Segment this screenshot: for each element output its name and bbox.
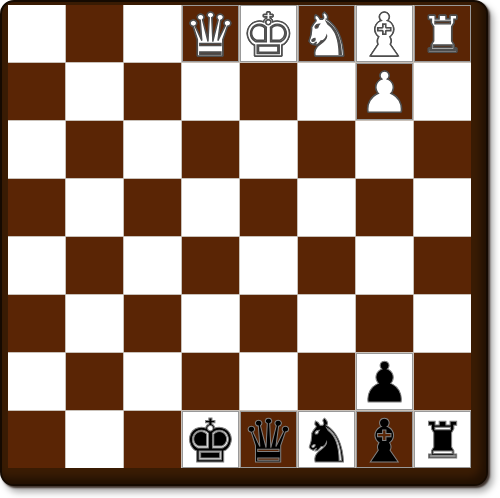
square-c5[interactable] [124,179,181,236]
square-e2[interactable] [240,353,297,410]
square-b5[interactable] [66,179,123,236]
chess-board-grid: ♛♚♞♝♜♟♟♚♛♞♝♜ [8,5,471,468]
square-d8[interactable]: ♛ [182,5,239,62]
square-d2[interactable] [182,353,239,410]
square-a4[interactable] [8,237,65,294]
square-h8[interactable]: ♜ [414,5,471,62]
square-a5[interactable] [8,179,65,236]
square-h3[interactable] [414,295,471,352]
white-queen-d8[interactable]: ♛ [182,5,239,62]
black-pawn-g2[interactable]: ♟ [356,353,413,410]
square-g2[interactable]: ♟ [356,353,413,410]
square-f2[interactable] [298,353,355,410]
square-d4[interactable] [182,237,239,294]
square-h2[interactable] [414,353,471,410]
square-a6[interactable] [8,121,65,178]
white-bishop-g8[interactable]: ♝ [356,5,413,62]
square-c4[interactable] [124,237,181,294]
square-g7[interactable]: ♟ [356,63,413,120]
square-d6[interactable] [182,121,239,178]
square-g4[interactable] [356,237,413,294]
black-bishop-g1[interactable]: ♝ [356,411,413,468]
square-e3[interactable] [240,295,297,352]
square-c3[interactable] [124,295,181,352]
square-g8[interactable]: ♝ [356,5,413,62]
square-e8[interactable]: ♚ [240,5,297,62]
square-h6[interactable] [414,121,471,178]
white-pawn-g7[interactable]: ♟ [356,63,413,120]
square-b7[interactable] [66,63,123,120]
square-a3[interactable] [8,295,65,352]
square-a8[interactable] [8,5,65,62]
square-f4[interactable] [298,237,355,294]
square-c2[interactable] [124,353,181,410]
black-rook-h1[interactable]: ♜ [414,411,471,468]
square-e4[interactable] [240,237,297,294]
black-king-d1[interactable]: ♚ [182,411,239,468]
square-b3[interactable] [66,295,123,352]
square-d5[interactable] [182,179,239,236]
square-c6[interactable] [124,121,181,178]
square-a2[interactable] [8,353,65,410]
square-d7[interactable] [182,63,239,120]
square-h4[interactable] [414,237,471,294]
square-d3[interactable] [182,295,239,352]
white-rook-h8[interactable]: ♜ [414,5,471,62]
square-c8[interactable] [124,5,181,62]
square-e1[interactable]: ♛ [240,411,297,468]
square-g6[interactable] [356,121,413,178]
square-b1[interactable] [66,411,123,468]
square-f6[interactable] [298,121,355,178]
square-h7[interactable] [414,63,471,120]
square-e7[interactable] [240,63,297,120]
square-a7[interactable] [8,63,65,120]
square-b2[interactable] [66,353,123,410]
square-f7[interactable] [298,63,355,120]
square-c1[interactable] [124,411,181,468]
black-queen-e1[interactable]: ♛ [240,411,297,468]
square-h5[interactable] [414,179,471,236]
white-knight-f8[interactable]: ♞ [298,5,355,62]
square-b4[interactable] [66,237,123,294]
square-g5[interactable] [356,179,413,236]
square-b6[interactable] [66,121,123,178]
square-f8[interactable]: ♞ [298,5,355,62]
white-king-e8[interactable]: ♚ [240,5,297,62]
square-a1[interactable] [8,411,65,468]
chess-diagram: ♛♚♞♝♜♟♟♚♛♞♝♜ [0,0,500,498]
square-c7[interactable] [124,63,181,120]
square-g3[interactable] [356,295,413,352]
square-f1[interactable]: ♞ [298,411,355,468]
square-g1[interactable]: ♝ [356,411,413,468]
board-frame: ♛♚♞♝♜♟♟♚♛♞♝♜ [0,0,488,486]
square-e6[interactable] [240,121,297,178]
square-f5[interactable] [298,179,355,236]
square-f3[interactable] [298,295,355,352]
square-h1[interactable]: ♜ [414,411,471,468]
square-e5[interactable] [240,179,297,236]
square-b8[interactable] [66,5,123,62]
black-knight-f1[interactable]: ♞ [298,411,355,468]
square-d1[interactable]: ♚ [182,411,239,468]
